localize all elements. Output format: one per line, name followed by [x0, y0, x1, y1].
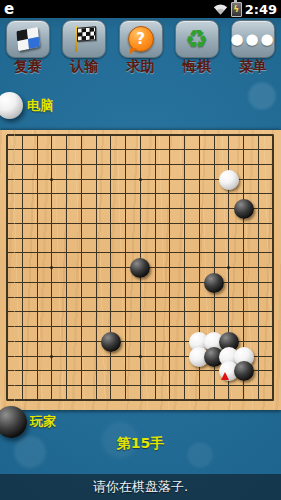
- intersection[interactable]: [0, 260, 15, 275]
- intersection[interactable]: [133, 128, 148, 143]
- intersection[interactable]: [59, 275, 74, 290]
- intersection[interactable]: [133, 319, 148, 334]
- intersection[interactable]: [30, 349, 45, 364]
- intersection[interactable]: [30, 275, 45, 290]
- intersection[interactable]: [89, 275, 104, 290]
- intersection[interactable]: [222, 246, 237, 261]
- intersection[interactable]: [103, 260, 118, 275]
- intersection[interactable]: [89, 231, 104, 246]
- intersection[interactable]: [118, 142, 133, 157]
- intersection[interactable]: [103, 128, 118, 143]
- intersection[interactable]: [59, 157, 74, 172]
- intersection[interactable]: [74, 142, 89, 157]
- intersection[interactable]: [0, 246, 15, 261]
- intersection[interactable]: [30, 142, 45, 157]
- intersection[interactable]: [89, 187, 104, 202]
- intersection[interactable]: [163, 172, 178, 187]
- intersection[interactable]: [236, 231, 251, 246]
- intersection[interactable]: [251, 378, 266, 393]
- intersection[interactable]: [74, 305, 89, 320]
- intersection[interactable]: [44, 364, 59, 379]
- intersection[interactable]: [118, 393, 133, 408]
- intersection[interactable]: [74, 216, 89, 231]
- intersection[interactable]: [15, 231, 30, 246]
- intersection[interactable]: [89, 305, 104, 320]
- intersection[interactable]: [74, 246, 89, 261]
- intersection[interactable]: [207, 231, 222, 246]
- menu-button[interactable]: ●●● 菜单: [226, 20, 280, 76]
- intersection[interactable]: [266, 187, 281, 202]
- intersection[interactable]: [59, 172, 74, 187]
- intersection[interactable]: [59, 334, 74, 349]
- intersection[interactable]: [222, 231, 237, 246]
- intersection[interactable]: [163, 246, 178, 261]
- intersection[interactable]: [148, 275, 163, 290]
- intersection[interactable]: [59, 378, 74, 393]
- intersection[interactable]: [118, 364, 133, 379]
- intersection[interactable]: [74, 128, 89, 143]
- intersection[interactable]: [207, 393, 222, 408]
- intersection[interactable]: [177, 319, 192, 334]
- intersection[interactable]: [133, 260, 148, 275]
- intersection[interactable]: [103, 216, 118, 231]
- intersection[interactable]: [148, 187, 163, 202]
- intersection[interactable]: [89, 260, 104, 275]
- intersection[interactable]: [0, 172, 15, 187]
- intersection[interactable]: [74, 364, 89, 379]
- intersection[interactable]: [163, 216, 178, 231]
- intersection[interactable]: [177, 172, 192, 187]
- intersection[interactable]: [30, 157, 45, 172]
- intersection[interactable]: [163, 290, 178, 305]
- intersection[interactable]: [15, 187, 30, 202]
- intersection[interactable]: [133, 231, 148, 246]
- intersection[interactable]: [192, 216, 207, 231]
- intersection[interactable]: [89, 378, 104, 393]
- intersection[interactable]: [163, 393, 178, 408]
- intersection[interactable]: [251, 216, 266, 231]
- intersection[interactable]: [118, 157, 133, 172]
- intersection[interactable]: [148, 231, 163, 246]
- intersection[interactable]: [266, 334, 281, 349]
- intersection[interactable]: [30, 260, 45, 275]
- intersection[interactable]: [177, 231, 192, 246]
- intersection[interactable]: [59, 260, 74, 275]
- intersection[interactable]: [103, 334, 118, 349]
- intersection[interactable]: [177, 187, 192, 202]
- intersection[interactable]: [44, 319, 59, 334]
- intersection[interactable]: [0, 216, 15, 231]
- intersection[interactable]: [266, 290, 281, 305]
- intersection[interactable]: [118, 275, 133, 290]
- intersection[interactable]: [89, 393, 104, 408]
- intersection[interactable]: [222, 290, 237, 305]
- intersection[interactable]: [103, 393, 118, 408]
- intersection[interactable]: [266, 305, 281, 320]
- intersection[interactable]: [59, 187, 74, 202]
- intersection[interactable]: [15, 378, 30, 393]
- intersection[interactable]: [0, 305, 15, 320]
- intersection[interactable]: [207, 246, 222, 261]
- intersection[interactable]: [59, 364, 74, 379]
- intersection[interactable]: [15, 246, 30, 261]
- intersection[interactable]: [44, 260, 59, 275]
- intersection[interactable]: [44, 378, 59, 393]
- intersection[interactable]: [59, 393, 74, 408]
- intersection[interactable]: [15, 319, 30, 334]
- intersection[interactable]: [236, 305, 251, 320]
- intersection[interactable]: [74, 157, 89, 172]
- intersection[interactable]: [236, 157, 251, 172]
- intersection[interactable]: [251, 128, 266, 143]
- intersection[interactable]: [207, 275, 222, 290]
- intersection[interactable]: [251, 231, 266, 246]
- intersection[interactable]: [177, 246, 192, 261]
- intersection[interactable]: [44, 231, 59, 246]
- intersection[interactable]: [236, 275, 251, 290]
- intersection[interactable]: [148, 142, 163, 157]
- intersection[interactable]: [236, 246, 251, 261]
- intersection[interactable]: [266, 157, 281, 172]
- intersection[interactable]: [103, 157, 118, 172]
- intersection[interactable]: [236, 142, 251, 157]
- intersection[interactable]: [148, 319, 163, 334]
- intersection[interactable]: [15, 349, 30, 364]
- intersection[interactable]: [222, 393, 237, 408]
- intersection[interactable]: [0, 128, 15, 143]
- intersection[interactable]: [74, 319, 89, 334]
- intersection[interactable]: [30, 246, 45, 261]
- intersection[interactable]: [163, 305, 178, 320]
- intersection[interactable]: [74, 260, 89, 275]
- intersection[interactable]: [192, 231, 207, 246]
- intersection[interactable]: [148, 305, 163, 320]
- intersection[interactable]: [30, 172, 45, 187]
- intersection[interactable]: [192, 393, 207, 408]
- intersection[interactable]: [59, 246, 74, 261]
- intersection[interactable]: [148, 172, 163, 187]
- intersection[interactable]: [103, 378, 118, 393]
- intersection[interactable]: [192, 290, 207, 305]
- intersection[interactable]: [148, 364, 163, 379]
- intersection[interactable]: [266, 128, 281, 143]
- intersection[interactable]: [30, 319, 45, 334]
- intersection[interactable]: [103, 246, 118, 261]
- intersection[interactable]: [207, 187, 222, 202]
- intersection[interactable]: [89, 364, 104, 379]
- intersection[interactable]: [148, 349, 163, 364]
- intersection[interactable]: [89, 290, 104, 305]
- intersection[interactable]: [266, 319, 281, 334]
- intersection[interactable]: [236, 260, 251, 275]
- intersection[interactable]: [251, 157, 266, 172]
- intersection[interactable]: [133, 305, 148, 320]
- intersection[interactable]: [44, 349, 59, 364]
- intersection[interactable]: [59, 305, 74, 320]
- intersection[interactable]: [192, 187, 207, 202]
- intersection[interactable]: [177, 142, 192, 157]
- intersection[interactable]: [177, 393, 192, 408]
- resign-button[interactable]: 认输: [57, 20, 111, 76]
- intersection[interactable]: [222, 216, 237, 231]
- intersection[interactable]: [44, 216, 59, 231]
- intersection[interactable]: [44, 172, 59, 187]
- intersection[interactable]: [192, 201, 207, 216]
- intersection[interactable]: [30, 128, 45, 143]
- intersection[interactable]: [177, 305, 192, 320]
- intersection[interactable]: [59, 349, 74, 364]
- intersection[interactable]: [133, 157, 148, 172]
- intersection[interactable]: [133, 334, 148, 349]
- intersection[interactable]: [103, 187, 118, 202]
- intersection[interactable]: [251, 142, 266, 157]
- intersection[interactable]: [103, 290, 118, 305]
- intersection[interactable]: [266, 378, 281, 393]
- intersection[interactable]: [177, 128, 192, 143]
- intersection[interactable]: [266, 364, 281, 379]
- intersection[interactable]: [118, 128, 133, 143]
- intersection[interactable]: [30, 334, 45, 349]
- intersection[interactable]: [103, 305, 118, 320]
- intersection[interactable]: [148, 290, 163, 305]
- intersection[interactable]: [163, 201, 178, 216]
- undo-button[interactable]: ♻ 悔棋: [170, 20, 224, 76]
- intersection[interactable]: [15, 334, 30, 349]
- intersection[interactable]: [192, 142, 207, 157]
- intersection[interactable]: [192, 128, 207, 143]
- intersection[interactable]: [59, 216, 74, 231]
- intersection[interactable]: [30, 201, 45, 216]
- intersection[interactable]: [236, 319, 251, 334]
- intersection[interactable]: [118, 216, 133, 231]
- intersection[interactable]: [44, 305, 59, 320]
- intersection[interactable]: [89, 319, 104, 334]
- intersection[interactable]: [118, 290, 133, 305]
- intersection[interactable]: [148, 334, 163, 349]
- intersection[interactable]: [15, 305, 30, 320]
- intersection[interactable]: [251, 275, 266, 290]
- intersection[interactable]: [0, 275, 15, 290]
- intersection[interactable]: [89, 128, 104, 143]
- intersection[interactable]: [44, 275, 59, 290]
- intersection[interactable]: [266, 216, 281, 231]
- intersection[interactable]: [30, 378, 45, 393]
- intersection[interactable]: [0, 231, 15, 246]
- intersection[interactable]: [15, 157, 30, 172]
- intersection[interactable]: [15, 275, 30, 290]
- intersection[interactable]: [133, 142, 148, 157]
- intersection[interactable]: [266, 260, 281, 275]
- intersection[interactable]: [163, 128, 178, 143]
- intersection[interactable]: [177, 157, 192, 172]
- intersection[interactable]: [192, 246, 207, 261]
- intersection[interactable]: [163, 260, 178, 275]
- intersection[interactable]: [192, 172, 207, 187]
- intersection[interactable]: [133, 364, 148, 379]
- intersection[interactable]: [118, 231, 133, 246]
- intersection[interactable]: [177, 378, 192, 393]
- intersection[interactable]: [266, 246, 281, 261]
- intersection[interactable]: [133, 349, 148, 364]
- intersection[interactable]: [236, 128, 251, 143]
- intersection[interactable]: [163, 231, 178, 246]
- intersection[interactable]: [222, 142, 237, 157]
- intersection[interactable]: [118, 246, 133, 261]
- intersection[interactable]: [59, 290, 74, 305]
- intersection[interactable]: [163, 157, 178, 172]
- intersection[interactable]: [30, 305, 45, 320]
- intersection[interactable]: [133, 172, 148, 187]
- intersection[interactable]: [222, 172, 237, 187]
- intersection[interactable]: [222, 128, 237, 143]
- intersection[interactable]: [0, 334, 15, 349]
- intersection[interactable]: [163, 275, 178, 290]
- intersection[interactable]: [103, 231, 118, 246]
- intersection[interactable]: [177, 275, 192, 290]
- intersection[interactable]: [0, 364, 15, 379]
- intersection[interactable]: [148, 128, 163, 143]
- intersection[interactable]: [251, 172, 266, 187]
- intersection[interactable]: [15, 260, 30, 275]
- intersection[interactable]: [103, 172, 118, 187]
- intersection[interactable]: [15, 128, 30, 143]
- intersection[interactable]: [163, 349, 178, 364]
- intersection[interactable]: [266, 142, 281, 157]
- help-button[interactable]: ? 求助: [114, 20, 168, 76]
- intersection[interactable]: [0, 319, 15, 334]
- intersection[interactable]: [266, 275, 281, 290]
- intersection[interactable]: [89, 157, 104, 172]
- intersection[interactable]: [30, 231, 45, 246]
- intersection[interactable]: [192, 157, 207, 172]
- intersection[interactable]: [44, 290, 59, 305]
- intersection[interactable]: [177, 201, 192, 216]
- intersection[interactable]: [207, 128, 222, 143]
- intersection[interactable]: [15, 290, 30, 305]
- intersection[interactable]: [192, 260, 207, 275]
- intersection[interactable]: [118, 378, 133, 393]
- intersection[interactable]: [89, 216, 104, 231]
- intersection[interactable]: [59, 128, 74, 143]
- intersection[interactable]: [74, 290, 89, 305]
- intersection[interactable]: [163, 142, 178, 157]
- intersection[interactable]: [59, 231, 74, 246]
- intersection[interactable]: [207, 142, 222, 157]
- intersection[interactable]: [192, 305, 207, 320]
- intersection[interactable]: [236, 393, 251, 408]
- intersection[interactable]: [148, 157, 163, 172]
- intersection[interactable]: [207, 378, 222, 393]
- intersection[interactable]: [15, 216, 30, 231]
- intersection[interactable]: [133, 216, 148, 231]
- intersection[interactable]: [148, 216, 163, 231]
- intersection[interactable]: [222, 260, 237, 275]
- intersection[interactable]: [163, 187, 178, 202]
- intersection[interactable]: [74, 349, 89, 364]
- intersection[interactable]: [118, 187, 133, 202]
- intersection[interactable]: [236, 201, 251, 216]
- intersection[interactable]: [44, 157, 59, 172]
- intersection[interactable]: [207, 201, 222, 216]
- intersection[interactable]: [266, 349, 281, 364]
- intersection[interactable]: [163, 319, 178, 334]
- intersection[interactable]: [74, 172, 89, 187]
- intersection[interactable]: [118, 172, 133, 187]
- intersection[interactable]: [251, 305, 266, 320]
- intersection[interactable]: [44, 246, 59, 261]
- intersection[interactable]: [148, 393, 163, 408]
- intersection[interactable]: [251, 334, 266, 349]
- intersection[interactable]: [103, 142, 118, 157]
- intersection[interactable]: [74, 231, 89, 246]
- intersection[interactable]: [236, 364, 251, 379]
- intersection[interactable]: [89, 172, 104, 187]
- intersection[interactable]: [44, 334, 59, 349]
- intersection[interactable]: [59, 142, 74, 157]
- intersection[interactable]: [133, 201, 148, 216]
- intersection[interactable]: [251, 260, 266, 275]
- intersection[interactable]: [74, 378, 89, 393]
- intersection[interactable]: [118, 305, 133, 320]
- intersection[interactable]: [30, 216, 45, 231]
- intersection[interactable]: [74, 393, 89, 408]
- intersection[interactable]: [103, 364, 118, 379]
- intersection[interactable]: [133, 378, 148, 393]
- intersection[interactable]: [118, 201, 133, 216]
- intersection[interactable]: [148, 246, 163, 261]
- intersection[interactable]: [44, 142, 59, 157]
- intersection[interactable]: [251, 393, 266, 408]
- intersection[interactable]: [251, 319, 266, 334]
- intersection[interactable]: [207, 157, 222, 172]
- intersection[interactable]: [266, 393, 281, 408]
- intersection[interactable]: [74, 201, 89, 216]
- intersection[interactable]: [59, 319, 74, 334]
- intersection[interactable]: [15, 142, 30, 157]
- intersection[interactable]: [118, 349, 133, 364]
- intersection[interactable]: [251, 187, 266, 202]
- intersection[interactable]: [0, 349, 15, 364]
- intersection[interactable]: [30, 290, 45, 305]
- intersection[interactable]: [177, 260, 192, 275]
- intersection[interactable]: [163, 364, 178, 379]
- intersection[interactable]: [103, 275, 118, 290]
- intersection[interactable]: [251, 290, 266, 305]
- intersection[interactable]: [30, 364, 45, 379]
- rematch-button[interactable]: 复赛: [1, 20, 55, 76]
- intersection[interactable]: [222, 305, 237, 320]
- intersection[interactable]: [133, 187, 148, 202]
- intersection[interactable]: [44, 201, 59, 216]
- intersection[interactable]: [163, 378, 178, 393]
- intersection[interactable]: [177, 216, 192, 231]
- intersection[interactable]: [133, 393, 148, 408]
- intersection[interactable]: [266, 201, 281, 216]
- intersection[interactable]: [74, 187, 89, 202]
- intersection[interactable]: [266, 172, 281, 187]
- intersection[interactable]: [89, 246, 104, 261]
- intersection[interactable]: [74, 334, 89, 349]
- intersection[interactable]: [0, 142, 15, 157]
- intersection[interactable]: [0, 378, 15, 393]
- intersection[interactable]: [207, 216, 222, 231]
- intersection[interactable]: [89, 349, 104, 364]
- intersection[interactable]: [15, 364, 30, 379]
- intersection[interactable]: [163, 334, 178, 349]
- intersection[interactable]: [207, 305, 222, 320]
- intersection[interactable]: [118, 319, 133, 334]
- intersection[interactable]: [30, 187, 45, 202]
